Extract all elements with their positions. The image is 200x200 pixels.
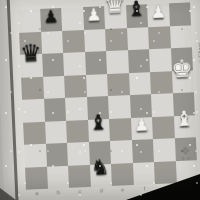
- file-label-b: b: [48, 189, 70, 196]
- square-c8[interactable]: [61, 7, 83, 30]
- square-b3[interactable]: [45, 120, 67, 143]
- piece-black-pawn-b8[interactable]: ♟: [40, 8, 62, 26]
- square-c4[interactable]: [65, 97, 87, 120]
- square-d3[interactable]: ♝: [88, 119, 110, 142]
- square-h8[interactable]: [169, 2, 191, 25]
- square-b5[interactable]: [43, 75, 65, 98]
- square-e7[interactable]: [105, 28, 127, 51]
- square-f5[interactable]: [128, 72, 150, 95]
- compass-ornament-icon: ❖ ◆ ◆: [177, 145, 194, 164]
- piece-black-bishop-f8[interactable]: ♝: [125, 0, 147, 20]
- square-d6[interactable]: [85, 51, 107, 74]
- square-d7[interactable]: [84, 29, 106, 52]
- square-d5[interactable]: [86, 74, 108, 97]
- piece-white-king-h5[interactable]: ♚: [171, 56, 194, 81]
- square-e6[interactable]: [106, 50, 128, 73]
- piece-black-queen-a6[interactable]: ♛: [20, 40, 43, 65]
- square-a2[interactable]: [24, 144, 46, 167]
- square-c5[interactable]: [64, 75, 86, 98]
- square-a8[interactable]: [18, 9, 40, 32]
- square-a1[interactable]: [25, 166, 47, 189]
- piece-white-pawn-d8[interactable]: ♟: [83, 6, 105, 24]
- board-grid: ♟♟♛♝♟♛♚♝♟♝♞: [18, 2, 198, 189]
- file-label-e: e: [112, 186, 134, 193]
- square-c1[interactable]: [68, 164, 90, 187]
- square-d8[interactable]: ♟: [83, 6, 105, 29]
- piece-white-bishop-h3[interactable]: ♝: [173, 108, 195, 130]
- square-h3[interactable]: ♝: [173, 115, 195, 138]
- square-f3[interactable]: ♟: [130, 117, 152, 140]
- square-f1[interactable]: [132, 162, 154, 185]
- square-e3[interactable]: [109, 118, 131, 141]
- square-g1[interactable]: [154, 161, 176, 184]
- square-b8[interactable]: ♟: [40, 8, 62, 31]
- square-g2[interactable]: [153, 138, 175, 161]
- square-h5[interactable]: ♚: [171, 70, 193, 93]
- chess-board[interactable]: ♟♟♛♝♟♛♚♝♟♝♞ abcdefgh ©Chess ❖ ◆ ◆: [9, 0, 200, 200]
- square-h7[interactable]: [169, 25, 191, 48]
- square-f2[interactable]: [131, 139, 153, 162]
- square-c2[interactable]: [67, 142, 89, 165]
- square-g5[interactable]: [150, 71, 172, 94]
- square-a4[interactable]: [22, 99, 44, 122]
- piece-white-queen-e8[interactable]: ♛: [103, 0, 126, 17]
- square-b1[interactable]: [47, 165, 69, 188]
- square-g8[interactable]: ♟: [147, 3, 169, 26]
- square-c3[interactable]: [66, 119, 88, 142]
- piece-black-bishop-d3[interactable]: ♝: [87, 112, 109, 134]
- square-a6[interactable]: ♛: [20, 54, 42, 77]
- file-label-a: a: [26, 190, 48, 197]
- square-e5[interactable]: [107, 73, 129, 96]
- square-c6[interactable]: [63, 52, 85, 75]
- square-f6[interactable]: [128, 49, 150, 72]
- square-g6[interactable]: [149, 48, 171, 71]
- ornament-dots: ◆ ◆: [178, 155, 194, 161]
- square-f7[interactable]: [127, 27, 149, 50]
- square-e2[interactable]: [110, 140, 132, 163]
- file-label-c: c: [69, 188, 91, 195]
- piece-black-knight-d1[interactable]: ♞: [89, 157, 111, 179]
- square-b2[interactable]: [46, 143, 68, 166]
- square-e4[interactable]: [108, 95, 130, 118]
- piece-white-pawn-f3[interactable]: ♟: [130, 116, 152, 134]
- piece-white-pawn-g8[interactable]: ♟: [147, 3, 169, 21]
- square-d1[interactable]: ♞: [89, 163, 111, 186]
- square-b6[interactable]: [42, 53, 64, 76]
- board-brand-text: ©Chess: [197, 42, 200, 64]
- file-label-d: d: [90, 187, 112, 194]
- chessboard-photo: ♟♟♛♝♟♛♚♝♟♝♞ abcdefgh ©Chess ❖ ◆ ◆: [0, 0, 200, 200]
- square-f8[interactable]: ♝: [126, 4, 148, 27]
- corner-shadow-bottom-left: [0, 188, 16, 200]
- square-a5[interactable]: [21, 76, 43, 99]
- square-g3[interactable]: [152, 116, 174, 139]
- square-c7[interactable]: [62, 30, 84, 53]
- square-a3[interactable]: [23, 121, 45, 144]
- square-g4[interactable]: [151, 93, 173, 116]
- square-b7[interactable]: [41, 30, 63, 53]
- square-b4[interactable]: [44, 98, 66, 121]
- square-g7[interactable]: [148, 26, 170, 49]
- square-e8[interactable]: ♛: [104, 5, 126, 28]
- square-e1[interactable]: [111, 163, 133, 186]
